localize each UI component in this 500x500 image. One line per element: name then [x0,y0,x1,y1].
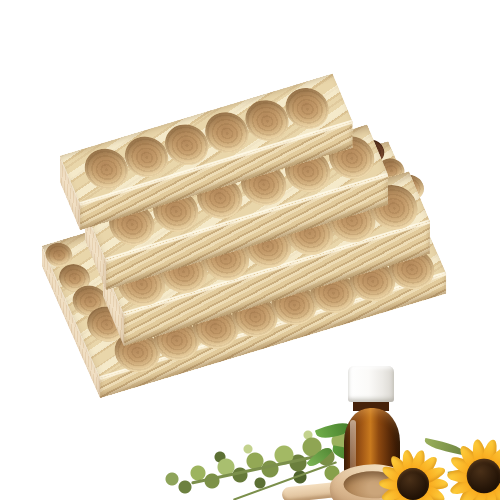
bottle-cap [348,366,394,402]
flower-center [467,459,500,494]
flower-center [397,468,429,500]
green-blade [424,438,465,455]
product-photo [0,0,500,500]
